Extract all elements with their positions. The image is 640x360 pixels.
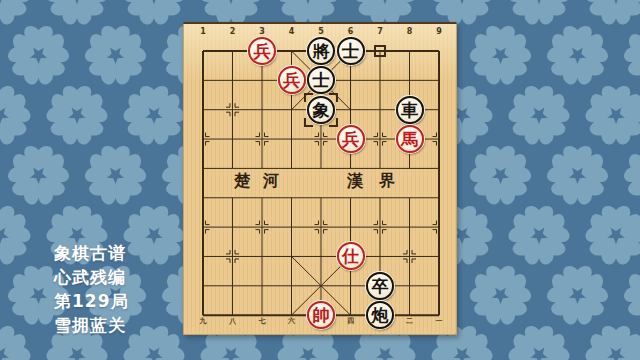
file-label-top-9: 9 bbox=[431, 27, 447, 36]
piece-black-chariot: 車 bbox=[396, 96, 424, 124]
caption-line-position-name: 雪拥蓝关 bbox=[54, 313, 129, 337]
caption-line-game-number: 第129局 bbox=[54, 289, 129, 313]
file-label-bottom-8: 二 bbox=[402, 316, 418, 326]
piece-black-cannon: 炮 bbox=[366, 301, 394, 329]
piece-red-advisor: 仕 bbox=[337, 242, 365, 270]
file-label-top-2: 2 bbox=[225, 27, 241, 36]
caption-line-volume: 心武残编 bbox=[54, 265, 129, 289]
file-label-top-6: 6 bbox=[343, 27, 359, 36]
file-label-bottom-9: 一 bbox=[431, 316, 447, 326]
file-label-top-4: 4 bbox=[284, 27, 300, 36]
file-label-bottom-2: 八 bbox=[225, 316, 241, 326]
piece-red-soldier: 兵 bbox=[278, 66, 306, 94]
piece-red-soldier: 兵 bbox=[248, 37, 276, 65]
river-label-left-1: 河 bbox=[260, 171, 282, 192]
piece-black-elephant: 象 bbox=[307, 96, 335, 124]
river-label-left-0: 楚 bbox=[231, 171, 253, 192]
xiangqi-board: 123456789 九八七六五四三二一 楚河漢界 兵將士兵士象車兵馬仕卒帥炮 bbox=[183, 22, 457, 335]
piece-black-general: 將 bbox=[307, 37, 335, 65]
piece-red-soldier: 兵 bbox=[337, 125, 365, 153]
last-move-from-marker bbox=[374, 45, 386, 57]
caption: 象棋古谱 心武残编 第129局 雪拥蓝关 bbox=[54, 241, 129, 337]
file-label-top-1: 1 bbox=[195, 27, 211, 36]
piece-red-general: 帥 bbox=[307, 301, 335, 329]
caption-line-book: 象棋古谱 bbox=[54, 241, 129, 265]
video-frame[interactable]: 象棋古谱 心武残编 第129局 雪拥蓝关 123456789 九八七六五四三二一… bbox=[0, 0, 640, 360]
file-label-bottom-6: 四 bbox=[343, 316, 359, 326]
file-label-top-7: 7 bbox=[372, 27, 388, 36]
file-label-bottom-4: 六 bbox=[284, 316, 300, 326]
piece-black-soldier: 卒 bbox=[366, 272, 394, 300]
river-label-right-0: 漢 bbox=[344, 171, 366, 192]
river-label-right-1: 界 bbox=[376, 171, 398, 192]
file-label-bottom-1: 九 bbox=[195, 316, 211, 326]
piece-red-horse: 馬 bbox=[396, 125, 424, 153]
file-label-top-5: 5 bbox=[313, 27, 329, 36]
file-label-top-3: 3 bbox=[254, 27, 270, 36]
file-label-bottom-3: 七 bbox=[254, 316, 270, 326]
piece-black-advisor: 士 bbox=[337, 37, 365, 65]
file-label-top-8: 8 bbox=[402, 27, 418, 36]
